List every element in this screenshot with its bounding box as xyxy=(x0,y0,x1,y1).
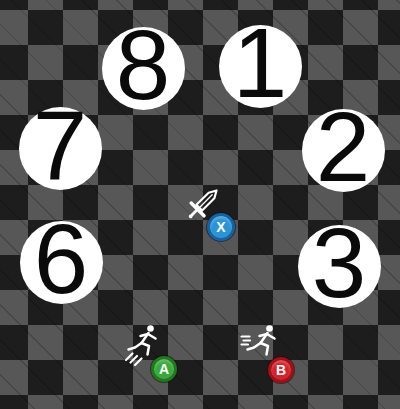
circle-number-label: 6 xyxy=(34,210,89,308)
circle-number-label: 3 xyxy=(312,214,367,312)
numbered-circle-3[interactable]: 3 xyxy=(298,225,381,308)
badge-b[interactable]: B xyxy=(268,357,294,383)
circle-number-label: 7 xyxy=(33,96,88,194)
badge-x[interactable]: X xyxy=(207,213,235,241)
numbered-circle-1[interactable]: 1 xyxy=(219,25,302,108)
game-stage: 123678 X A xyxy=(0,0,400,409)
badge-a[interactable]: A xyxy=(151,356,177,382)
circle-number-label: 2 xyxy=(316,98,371,196)
numbered-circle-6[interactable]: 6 xyxy=(20,221,103,304)
numbered-circle-8[interactable]: 8 xyxy=(102,27,185,110)
numbered-circle-2[interactable]: 2 xyxy=(302,109,385,192)
circle-number-label: 1 xyxy=(233,14,288,112)
circle-number-label: 8 xyxy=(116,16,171,114)
numbered-circle-7[interactable]: 7 xyxy=(19,107,102,190)
